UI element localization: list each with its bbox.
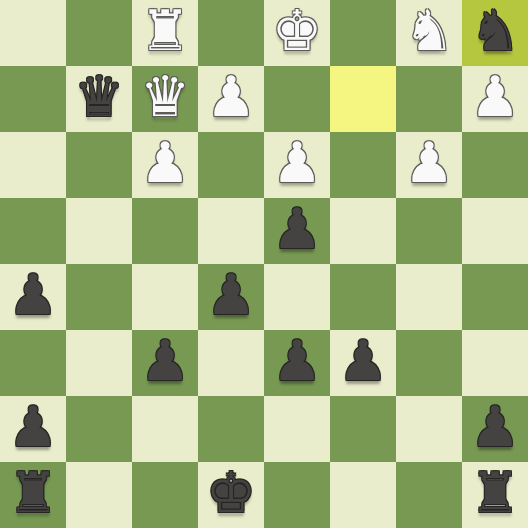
square-a8[interactable] xyxy=(0,0,66,66)
piece-white-pawn[interactable]: ♟ xyxy=(140,130,190,196)
piece-black-rook[interactable]: ♜ xyxy=(8,460,58,526)
square-f6[interactable] xyxy=(330,132,396,198)
square-d4[interactable]: ♟ xyxy=(198,264,264,330)
square-f1[interactable] xyxy=(330,462,396,528)
square-a2[interactable]: ♟ xyxy=(0,396,66,462)
square-b3[interactable] xyxy=(66,330,132,396)
square-b8[interactable] xyxy=(66,0,132,66)
square-h8[interactable]: ♞ xyxy=(462,0,528,66)
square-e4[interactable] xyxy=(264,264,330,330)
piece-black-pawn[interactable]: ♟ xyxy=(272,196,322,262)
square-g1[interactable] xyxy=(396,462,462,528)
chess-board: ♜♚♞♞♛♛♟♟♟♟♟♟♟♟♟♟♟♟♟♜♚♜ xyxy=(0,0,528,528)
square-c6[interactable]: ♟ xyxy=(132,132,198,198)
square-e6[interactable]: ♟ xyxy=(264,132,330,198)
piece-white-queen[interactable]: ♛ xyxy=(140,64,190,130)
square-c5[interactable] xyxy=(132,198,198,264)
square-g5[interactable] xyxy=(396,198,462,264)
piece-white-king[interactable]: ♚ xyxy=(272,0,322,64)
square-b4[interactable] xyxy=(66,264,132,330)
square-e1[interactable] xyxy=(264,462,330,528)
piece-white-pawn[interactable]: ♟ xyxy=(206,64,256,130)
square-d3[interactable] xyxy=(198,330,264,396)
square-b1[interactable] xyxy=(66,462,132,528)
square-e2[interactable] xyxy=(264,396,330,462)
square-c8[interactable]: ♜ xyxy=(132,0,198,66)
square-g4[interactable] xyxy=(396,264,462,330)
piece-black-pawn[interactable]: ♟ xyxy=(8,262,58,328)
piece-black-pawn[interactable]: ♟ xyxy=(140,328,190,394)
piece-white-rook[interactable]: ♜ xyxy=(140,0,190,64)
square-e7[interactable] xyxy=(264,66,330,132)
square-h3[interactable] xyxy=(462,330,528,396)
piece-black-pawn[interactable]: ♟ xyxy=(8,394,58,460)
square-f2[interactable] xyxy=(330,396,396,462)
square-a4[interactable]: ♟ xyxy=(0,264,66,330)
square-e8[interactable]: ♚ xyxy=(264,0,330,66)
square-g8[interactable]: ♞ xyxy=(396,0,462,66)
piece-black-pawn[interactable]: ♟ xyxy=(470,394,520,460)
square-b5[interactable] xyxy=(66,198,132,264)
square-a6[interactable] xyxy=(0,132,66,198)
square-d7[interactable]: ♟ xyxy=(198,66,264,132)
square-d5[interactable] xyxy=(198,198,264,264)
piece-white-pawn[interactable]: ♟ xyxy=(272,130,322,196)
square-h5[interactable] xyxy=(462,198,528,264)
piece-black-pawn[interactable]: ♟ xyxy=(206,262,256,328)
piece-black-queen[interactable]: ♛ xyxy=(74,64,124,130)
square-h2[interactable]: ♟ xyxy=(462,396,528,462)
square-f5[interactable] xyxy=(330,198,396,264)
square-e5[interactable]: ♟ xyxy=(264,198,330,264)
piece-black-rook[interactable]: ♜ xyxy=(470,460,520,526)
square-c2[interactable] xyxy=(132,396,198,462)
piece-black-king[interactable]: ♚ xyxy=(206,460,256,526)
square-d8[interactable] xyxy=(198,0,264,66)
square-d6[interactable] xyxy=(198,132,264,198)
square-d2[interactable] xyxy=(198,396,264,462)
square-h1[interactable]: ♜ xyxy=(462,462,528,528)
piece-black-knight[interactable]: ♞ xyxy=(470,0,520,64)
square-c3[interactable]: ♟ xyxy=(132,330,198,396)
piece-white-pawn[interactable]: ♟ xyxy=(470,64,520,130)
square-g6[interactable]: ♟ xyxy=(396,132,462,198)
square-b7[interactable]: ♛ xyxy=(66,66,132,132)
square-e3[interactable]: ♟ xyxy=(264,330,330,396)
square-c7[interactable]: ♛ xyxy=(132,66,198,132)
square-a7[interactable] xyxy=(0,66,66,132)
square-f4[interactable] xyxy=(330,264,396,330)
square-a3[interactable] xyxy=(0,330,66,396)
square-a1[interactable]: ♜ xyxy=(0,462,66,528)
square-a5[interactable] xyxy=(0,198,66,264)
square-h4[interactable] xyxy=(462,264,528,330)
square-g2[interactable] xyxy=(396,396,462,462)
square-f3[interactable]: ♟ xyxy=(330,330,396,396)
square-h7[interactable]: ♟ xyxy=(462,66,528,132)
square-d1[interactable]: ♚ xyxy=(198,462,264,528)
square-g7[interactable] xyxy=(396,66,462,132)
square-g3[interactable] xyxy=(396,330,462,396)
square-f8[interactable] xyxy=(330,0,396,66)
square-c4[interactable] xyxy=(132,264,198,330)
piece-white-knight[interactable]: ♞ xyxy=(404,0,454,64)
piece-white-pawn[interactable]: ♟ xyxy=(404,130,454,196)
square-f7[interactable] xyxy=(330,66,396,132)
square-h6[interactable] xyxy=(462,132,528,198)
square-c1[interactable] xyxy=(132,462,198,528)
square-b2[interactable] xyxy=(66,396,132,462)
square-b6[interactable] xyxy=(66,132,132,198)
piece-black-pawn[interactable]: ♟ xyxy=(338,328,388,394)
piece-black-pawn[interactable]: ♟ xyxy=(272,328,322,394)
